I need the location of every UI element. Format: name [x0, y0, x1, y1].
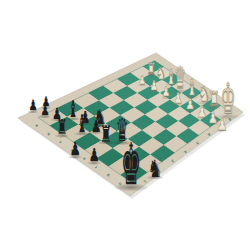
- piece-shadow: [73, 132, 90, 136]
- piece-shadow: [50, 118, 63, 121]
- piece-black-knight: ♞: [94, 110, 106, 126]
- piece-black-pawn: ♟: [91, 120, 101, 133]
- piece-shadow: [184, 95, 199, 99]
- piece-black-rook: ♜: [56, 120, 67, 136]
- piece-shadow: [145, 74, 157, 77]
- piece-shadow: [215, 129, 229, 132]
- piece-white-pawn: ♟: [162, 87, 170, 98]
- piece-shadow: [86, 161, 101, 165]
- piece-shadow: [113, 183, 149, 191]
- piece-white-bishop: ♝: [187, 79, 196, 97]
- piece-shadow: [184, 109, 196, 112]
- piece-shadow: [78, 122, 92, 125]
- piece-shadow: [195, 116, 208, 119]
- piece-white-pawn: ♟: [138, 76, 146, 86]
- piece-shadow: [215, 114, 242, 120]
- piece-white-knight: ♞: [156, 67, 166, 80]
- piece-white-pawn: ♟: [150, 81, 158, 92]
- piece-shadow: [112, 140, 133, 145]
- piece-shadow: [54, 134, 70, 138]
- piece-white-knight: ♞: [198, 87, 210, 103]
- piece-shadow: [196, 101, 212, 105]
- piece-black-pawn: ♟: [80, 111, 90, 124]
- piece-white-king: ♚: [220, 83, 235, 117]
- piece-shadow: [137, 85, 147, 87]
- chess-set-photo: abcdefgh12345678 ♜♞♝♟♛♟♝♟♞♟♜♟♟♟♚♟♟♝♟♟♟♞♟…: [0, 0, 250, 250]
- piece-shadow: [164, 83, 178, 86]
- piece-black-pawn: ♟: [88, 149, 99, 163]
- piece-black-bishop: ♝: [77, 114, 88, 134]
- piece-white-pawn: ♟: [217, 118, 227, 131]
- piece-black-king: ♚: [121, 142, 141, 188]
- piece-shadow: [206, 106, 222, 110]
- piece-black-knight: ♞: [148, 159, 162, 178]
- piece-white-pawn: ♟: [197, 105, 207, 118]
- piece-shadow: [39, 115, 51, 118]
- piece-black-pawn: ♟: [40, 105, 49, 117]
- piece-shadow: [27, 110, 39, 113]
- piece-shadow: [154, 78, 167, 81]
- piece-white-pawn: ♟: [173, 93, 182, 105]
- piece-shadow: [146, 176, 165, 180]
- piece-white-queen: ♛: [174, 67, 186, 91]
- piece-shadow: [172, 103, 184, 106]
- piece-white-rook: ♜: [147, 64, 156, 76]
- piece-black-pawn: ♟: [42, 97, 50, 108]
- piece-black-pawn: ♟: [28, 100, 37, 112]
- piece-black-rook: ♜: [100, 125, 113, 143]
- piece-black-bishop: ♝: [68, 100, 78, 119]
- piece-shadow: [160, 97, 171, 100]
- piece-black-queen: ♛: [116, 117, 128, 143]
- piece-shadow: [170, 88, 190, 93]
- piece-shadow: [65, 117, 81, 121]
- piece-shadow: [206, 122, 219, 125]
- piece-white-pawn: ♟: [185, 99, 194, 111]
- piece-shadow: [97, 141, 115, 145]
- piece-white-pawn: ♟: [208, 111, 218, 124]
- piece-shadow: [92, 124, 108, 128]
- piece-black-pawn: ♟: [69, 143, 80, 157]
- piece-black-pawn: ♟: [52, 107, 62, 120]
- piece-shadow: [40, 107, 51, 110]
- piece-shadow: [148, 91, 159, 94]
- piece-shadow: [89, 131, 103, 134]
- piece-shadow: [67, 155, 82, 159]
- piece-white-rook: ♜: [208, 92, 219, 108]
- piece-white-bishop: ♝: [167, 68, 176, 85]
- pieces-layer: ♜♞♝♟♛♟♝♟♞♟♜♟♟♟♚♟♟♝♟♟♟♞♟♟♝♜♜♛♟♟♞♚: [0, 0, 250, 250]
